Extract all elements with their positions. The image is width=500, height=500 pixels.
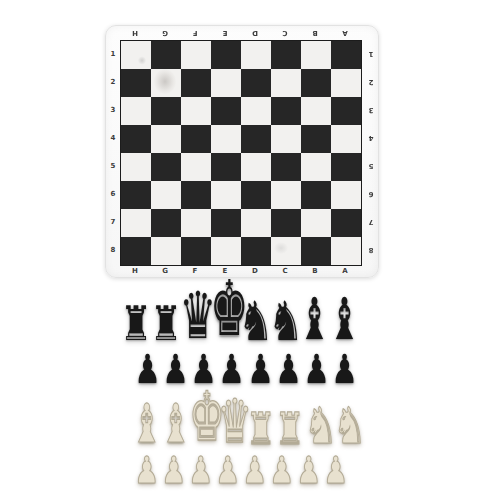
chess-board-mat: HGFEDCBA HGFEDCBA 12345678 12345678 <box>105 25 379 278</box>
square-b4[interactable] <box>301 125 331 153</box>
white-pawn[interactable]: ♟ <box>323 452 347 489</box>
black-pawn-row-tray: ♟♟♟♟♟♟♟♟ <box>133 356 357 389</box>
square-b8[interactable] <box>301 237 331 265</box>
rank-label-right-7: 7 <box>365 208 377 236</box>
square-h2[interactable] <box>121 69 151 97</box>
square-h8[interactable] <box>121 237 151 265</box>
square-a4[interactable] <box>331 125 361 153</box>
file-label-top-F: F <box>180 27 210 39</box>
square-c5[interactable] <box>271 153 301 181</box>
square-e2[interactable] <box>211 69 241 97</box>
square-d5[interactable] <box>241 153 271 181</box>
rank-label-right-5: 5 <box>365 152 377 180</box>
white-rook[interactable]: ♜ <box>246 407 270 451</box>
black-pawn[interactable]: ♟ <box>247 349 271 389</box>
square-h6[interactable] <box>121 181 151 209</box>
file-label-bottom-C: C <box>270 265 300 277</box>
square-d4[interactable] <box>241 125 271 153</box>
square-a7[interactable] <box>331 209 361 237</box>
square-d8[interactable] <box>241 237 271 265</box>
square-b3[interactable] <box>301 97 331 125</box>
chess-set-photo: HGFEDCBA HGFEDCBA 12345678 12345678 ♜♜♛♚… <box>0 0 500 500</box>
black-queen[interactable]: ♛ <box>180 283 204 348</box>
square-e6[interactable] <box>211 181 241 209</box>
white-pawn[interactable]: ♟ <box>134 452 158 489</box>
square-g5[interactable] <box>151 153 181 181</box>
white-knight[interactable]: ♞ <box>304 401 328 451</box>
square-h4[interactable] <box>121 125 151 153</box>
square-c3[interactable] <box>271 97 301 125</box>
white-king[interactable]: ♚ <box>189 383 212 451</box>
square-e8[interactable] <box>211 237 241 265</box>
square-c6[interactable] <box>271 181 301 209</box>
square-f1[interactable] <box>181 41 211 69</box>
rank-label-right-2: 2 <box>365 68 377 96</box>
file-labels-top: HGFEDCBA <box>120 27 360 39</box>
file-label-bottom-H: H <box>120 265 150 277</box>
black-bishop[interactable]: ♝ <box>298 290 321 348</box>
square-d3[interactable] <box>241 97 271 125</box>
square-c4[interactable] <box>271 125 301 153</box>
square-d1[interactable] <box>241 41 271 69</box>
black-king[interactable]: ♚ <box>210 271 233 348</box>
square-g3[interactable] <box>151 97 181 125</box>
rank-label-left-1: 1 <box>107 40 119 68</box>
square-e7[interactable] <box>211 209 241 237</box>
file-label-top-D: D <box>240 27 270 39</box>
square-f6[interactable] <box>181 181 211 209</box>
white-pawn[interactable]: ♟ <box>269 452 293 489</box>
square-g8[interactable] <box>151 237 181 265</box>
square-h5[interactable] <box>121 153 151 181</box>
white-rook[interactable]: ♜ <box>275 407 299 451</box>
square-g7[interactable] <box>151 209 181 237</box>
black-knight[interactable]: ♞ <box>239 293 263 348</box>
file-label-bottom-F: F <box>180 265 210 277</box>
square-g4[interactable] <box>151 125 181 153</box>
square-a5[interactable] <box>331 153 361 181</box>
square-f2[interactable] <box>181 69 211 97</box>
black-knight[interactable]: ♞ <box>268 293 292 348</box>
square-b5[interactable] <box>301 153 331 181</box>
square-e4[interactable] <box>211 125 241 153</box>
white-pawn[interactable]: ♟ <box>296 452 320 489</box>
white-pawn[interactable]: ♟ <box>161 452 185 489</box>
chess-board-grid <box>120 40 362 266</box>
square-e5[interactable] <box>211 153 241 181</box>
black-bishop[interactable]: ♝ <box>328 290 351 348</box>
square-g2[interactable] <box>151 69 181 97</box>
square-c7[interactable] <box>271 209 301 237</box>
square-c8[interactable] <box>271 237 301 265</box>
square-a8[interactable] <box>331 237 361 265</box>
file-label-bottom-B: B <box>300 265 330 277</box>
square-f5[interactable] <box>181 153 211 181</box>
square-f7[interactable] <box>181 209 211 237</box>
square-e1[interactable] <box>211 41 241 69</box>
black-pawn[interactable]: ♟ <box>303 349 327 389</box>
rank-label-left-7: 7 <box>107 208 119 236</box>
square-a2[interactable] <box>331 69 361 97</box>
file-label-top-A: A <box>330 27 360 39</box>
rank-label-left-5: 5 <box>107 152 119 180</box>
white-pawn[interactable]: ♟ <box>188 452 212 489</box>
square-g6[interactable] <box>151 181 181 209</box>
rank-label-left-8: 8 <box>107 236 119 264</box>
rank-labels-left: 12345678 <box>107 40 119 264</box>
square-d6[interactable] <box>241 181 271 209</box>
square-f8[interactable] <box>181 237 211 265</box>
square-a1[interactable] <box>331 41 361 69</box>
square-e3[interactable] <box>211 97 241 125</box>
rank-label-right-6: 6 <box>365 180 377 208</box>
rank-label-left-4: 4 <box>107 124 119 152</box>
white-pawn[interactable]: ♟ <box>242 452 266 489</box>
square-f4[interactable] <box>181 125 211 153</box>
black-pawn[interactable]: ♟ <box>134 349 158 389</box>
black-rook[interactable]: ♜ <box>150 300 174 348</box>
square-b7[interactable] <box>301 209 331 237</box>
square-d7[interactable] <box>241 209 271 237</box>
file-label-top-H: H <box>120 27 150 39</box>
rank-label-left-2: 2 <box>107 68 119 96</box>
white-pawn-row-tray: ♟♟♟♟♟♟♟♟ <box>133 458 345 489</box>
file-label-top-E: E <box>210 27 240 39</box>
square-h3[interactable] <box>121 97 151 125</box>
rank-label-right-4: 4 <box>365 124 377 152</box>
black-back-row-tray: ♜♜♛♚♞♞♝♝ <box>118 294 354 348</box>
rank-labels-right: 12345678 <box>365 40 377 264</box>
square-c2[interactable] <box>271 69 301 97</box>
square-b2[interactable] <box>301 69 331 97</box>
square-h1[interactable] <box>121 41 151 69</box>
file-label-bottom-G: G <box>150 265 180 277</box>
white-pawn[interactable]: ♟ <box>215 452 239 489</box>
rank-label-right-3: 3 <box>365 96 377 124</box>
rank-label-right-1: 1 <box>365 40 377 68</box>
rank-label-right-8: 8 <box>365 236 377 264</box>
square-c1[interactable] <box>271 41 301 69</box>
square-g1[interactable] <box>151 41 181 69</box>
black-pawn[interactable]: ♟ <box>162 349 186 389</box>
square-f3[interactable] <box>181 97 211 125</box>
white-bishop[interactable]: ♝ <box>160 397 183 451</box>
file-label-top-B: B <box>300 27 330 39</box>
square-d2[interactable] <box>241 69 271 97</box>
square-a3[interactable] <box>331 97 361 125</box>
square-h7[interactable] <box>121 209 151 237</box>
black-rook[interactable]: ♜ <box>120 300 144 348</box>
file-label-top-C: C <box>270 27 300 39</box>
black-pawn[interactable]: ♟ <box>331 349 355 389</box>
square-a6[interactable] <box>331 181 361 209</box>
white-knight[interactable]: ♞ <box>333 401 357 451</box>
square-b1[interactable] <box>301 41 331 69</box>
file-label-top-G: G <box>150 27 180 39</box>
black-pawn[interactable]: ♟ <box>275 349 299 389</box>
rank-label-left-3: 3 <box>107 96 119 124</box>
file-label-bottom-A: A <box>330 265 360 277</box>
white-queen[interactable]: ♛ <box>218 391 242 451</box>
rank-label-left-6: 6 <box>107 180 119 208</box>
square-b6[interactable] <box>301 181 331 209</box>
white-bishop[interactable]: ♝ <box>131 397 154 451</box>
white-back-row-tray: ♝♝♚♛♜♜♞♞ <box>128 401 354 451</box>
